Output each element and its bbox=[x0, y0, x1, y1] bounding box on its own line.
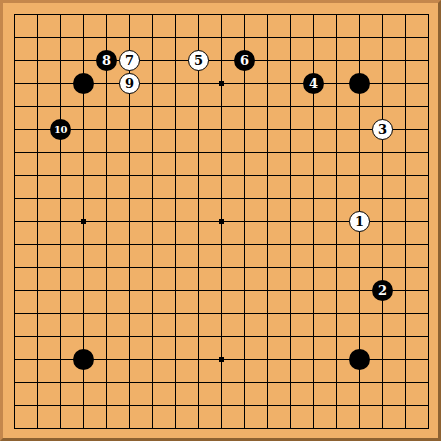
move-9-white-stone-F16: 9 bbox=[119, 73, 140, 94]
setup-black-stone-Q16 bbox=[349, 73, 370, 94]
move-number: 7 bbox=[125, 54, 134, 67]
move-2-black-stone-R7: 2 bbox=[372, 280, 393, 301]
move-5-white-stone-J17: 5 bbox=[188, 50, 209, 71]
move-8-black-stone-E17: 8 bbox=[96, 50, 117, 71]
setup-black-stone-D16 bbox=[73, 73, 94, 94]
star-point bbox=[81, 219, 86, 224]
move-number: 8 bbox=[102, 54, 111, 67]
move-number: 2 bbox=[378, 284, 387, 297]
move-number: 3 bbox=[378, 123, 387, 136]
star-point bbox=[219, 219, 224, 224]
move-number: 10 bbox=[54, 125, 67, 135]
move-number: 5 bbox=[194, 54, 203, 67]
move-7-white-stone-F17: 7 bbox=[119, 50, 140, 71]
move-10-black-stone-C14: 10 bbox=[50, 119, 71, 140]
move-number: 1 bbox=[355, 215, 364, 228]
move-4-black-stone-O16: 4 bbox=[303, 73, 324, 94]
star-point bbox=[219, 81, 224, 86]
move-number: 9 bbox=[125, 77, 134, 90]
move-3-white-stone-R14: 3 bbox=[372, 119, 393, 140]
move-number: 6 bbox=[240, 54, 249, 67]
move-6-black-stone-L17: 6 bbox=[234, 50, 255, 71]
move-number: 4 bbox=[309, 77, 318, 90]
go-board: 12345678910 bbox=[0, 0, 441, 441]
move-1-white-stone-Q10: 1 bbox=[349, 211, 370, 232]
star-point bbox=[219, 357, 224, 362]
setup-black-stone-D4 bbox=[73, 349, 94, 370]
setup-black-stone-Q4 bbox=[349, 349, 370, 370]
